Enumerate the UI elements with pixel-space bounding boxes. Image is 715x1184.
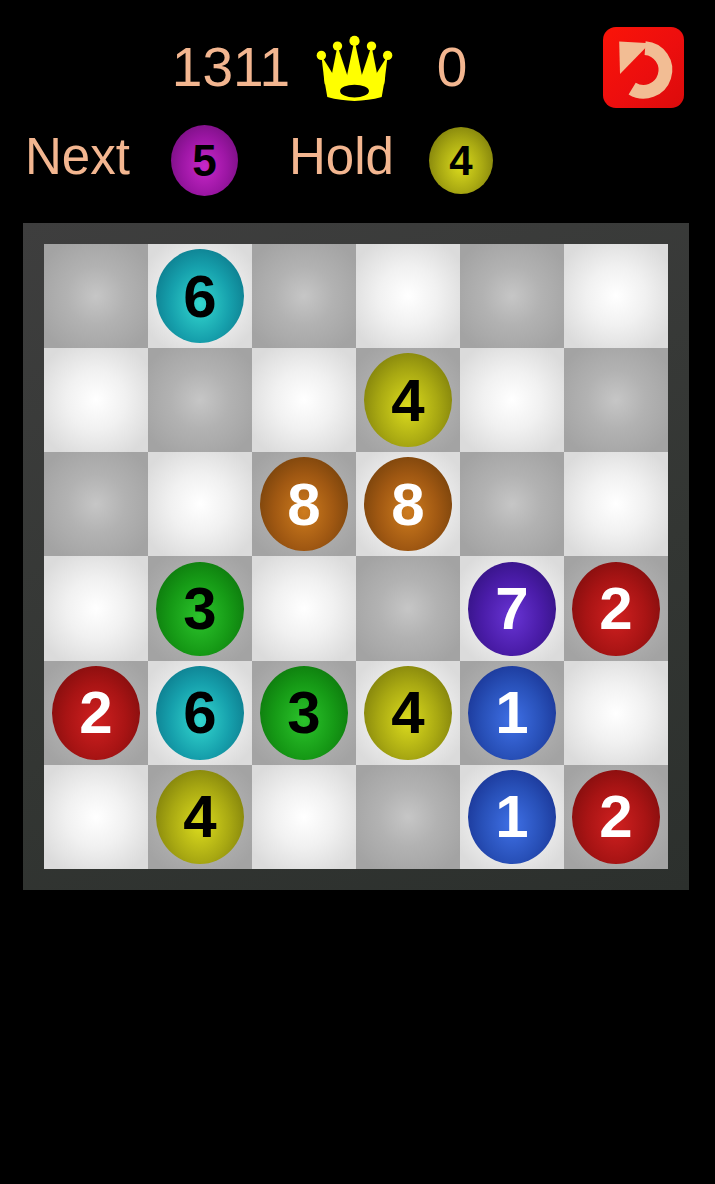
square-r1c3[interactable] <box>252 244 356 348</box>
ball-4[interactable]: 4 <box>364 666 452 760</box>
ball-1[interactable]: 1 <box>468 666 556 760</box>
square-r1c5[interactable] <box>460 244 564 348</box>
ball-2[interactable]: 2 <box>52 666 140 760</box>
ball-3[interactable]: 3 <box>260 666 348 760</box>
ball-1[interactable]: 1 <box>468 770 556 864</box>
square-r6c2[interactable]: 4 <box>148 765 252 869</box>
square-r6c1[interactable] <box>44 765 148 869</box>
square-r1c6[interactable] <box>564 244 668 348</box>
square-r5c5[interactable]: 1 <box>460 661 564 765</box>
score-value: 1311 <box>150 38 312 96</box>
square-r4c1[interactable] <box>44 556 148 660</box>
square-r3c5[interactable] <box>460 452 564 556</box>
ball-7[interactable]: 7 <box>468 562 556 656</box>
square-r6c5[interactable]: 1 <box>460 765 564 869</box>
square-r2c1[interactable] <box>44 348 148 452</box>
square-r4c2[interactable]: 3 <box>148 556 252 660</box>
game-screen: 1311 0 Next 5 Hold <box>0 0 715 1184</box>
ball-8[interactable]: 8 <box>260 457 348 551</box>
square-r1c1[interactable] <box>44 244 148 348</box>
next-label: Next <box>25 128 130 186</box>
hold-ball[interactable]: 4 <box>429 127 493 194</box>
ball-4[interactable]: 4 <box>156 770 244 864</box>
square-r6c6[interactable]: 2 <box>564 765 668 869</box>
square-r5c6[interactable] <box>564 661 668 765</box>
board-grid: 648837226341412 <box>44 244 668 869</box>
square-r4c3[interactable] <box>252 556 356 660</box>
ball-6[interactable]: 6 <box>156 249 244 343</box>
square-r2c3[interactable] <box>252 348 356 452</box>
ball-6[interactable]: 6 <box>156 666 244 760</box>
square-r2c5[interactable] <box>460 348 564 452</box>
square-r5c3[interactable]: 3 <box>252 661 356 765</box>
square-r3c6[interactable] <box>564 452 668 556</box>
square-r4c5[interactable]: 7 <box>460 556 564 660</box>
square-r3c2[interactable] <box>148 452 252 556</box>
ball-2[interactable]: 2 <box>572 770 660 864</box>
square-r3c3[interactable]: 8 <box>252 452 356 556</box>
undo-button[interactable] <box>603 27 684 108</box>
square-r3c4[interactable]: 8 <box>356 452 460 556</box>
ball-2[interactable]: 2 <box>572 562 660 656</box>
crown-icon <box>311 35 398 103</box>
square-r1c4[interactable] <box>356 244 460 348</box>
ball-3[interactable]: 3 <box>156 562 244 656</box>
square-r2c6[interactable] <box>564 348 668 452</box>
square-r4c4[interactable] <box>356 556 460 660</box>
square-r1c2[interactable]: 6 <box>148 244 252 348</box>
square-r2c2[interactable] <box>148 348 252 452</box>
undo-arrow-icon <box>603 27 684 108</box>
square-r3c1[interactable] <box>44 452 148 556</box>
square-r5c4[interactable]: 4 <box>356 661 460 765</box>
square-r5c2[interactable]: 6 <box>148 661 252 765</box>
ball-4[interactable]: 4 <box>364 353 452 447</box>
square-r6c4[interactable] <box>356 765 460 869</box>
square-r5c1[interactable]: 2 <box>44 661 148 765</box>
crown-count: 0 <box>423 38 481 96</box>
ball-8[interactable]: 8 <box>364 457 452 551</box>
square-r6c3[interactable] <box>252 765 356 869</box>
next-ball[interactable]: 5 <box>171 125 238 196</box>
board-frame: 648837226341412 <box>23 223 689 890</box>
square-r4c6[interactable]: 2 <box>564 556 668 660</box>
hold-label: Hold <box>289 128 394 186</box>
square-r2c4[interactable]: 4 <box>356 348 460 452</box>
